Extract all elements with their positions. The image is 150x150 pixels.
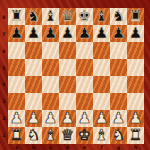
square-h3[interactable] [127,93,144,110]
file-label-c: c [44,145,58,150]
piece-black-pawn[interactable]: ♟ [112,25,125,42]
file-label-f: f [95,145,109,150]
square-b3[interactable] [25,93,42,110]
square-e5[interactable] [76,59,93,76]
square-c2[interactable]: ♟ [42,110,59,127]
file-label-d: d [61,145,75,150]
square-f5[interactable] [93,59,110,76]
chess-app-window: 87654321 ♜♞♝♛♚♝♞♜♟♟♟♟♟♟♟♟♟♟♟♟♟♟♟♟♜♞♝♛♚♝♞… [0,0,150,150]
rank-label-6: 6 [1,44,7,58]
rank-labels: 87654321 [0,8,8,144]
square-g3[interactable] [110,93,127,110]
piece-black-rook[interactable]: ♜ [129,8,142,25]
file-label-b: b [27,145,41,150]
square-f6[interactable] [93,42,110,59]
square-b1[interactable]: ♞ [25,127,42,144]
square-d1[interactable]: ♛ [59,127,76,144]
square-b8[interactable]: ♞ [25,8,42,25]
square-a6[interactable] [8,42,25,59]
piece-white-bishop[interactable]: ♝ [44,127,57,144]
square-h5[interactable] [127,59,144,76]
square-h4[interactable] [127,76,144,93]
piece-white-bishop[interactable]: ♝ [95,127,108,144]
piece-black-bishop[interactable]: ♝ [95,8,108,25]
square-e1[interactable]: ♚ [76,127,93,144]
square-g6[interactable] [110,42,127,59]
piece-black-pawn[interactable]: ♟ [10,25,23,42]
square-g1[interactable]: ♞ [110,127,127,144]
square-a5[interactable] [8,59,25,76]
square-e2[interactable]: ♟ [76,110,93,127]
file-label-h: h [129,145,143,150]
square-c8[interactable]: ♝ [42,8,59,25]
square-b7[interactable]: ♟ [25,25,42,42]
square-h6[interactable] [127,42,144,59]
square-f2[interactable]: ♟ [93,110,110,127]
piece-white-pawn[interactable]: ♟ [112,110,125,127]
square-c7[interactable]: ♟ [42,25,59,42]
square-c4[interactable] [42,76,59,93]
file-labels: abcdefgh [8,144,144,150]
square-b4[interactable] [25,76,42,93]
square-c6[interactable] [42,42,59,59]
piece-white-pawn[interactable]: ♟ [61,110,74,127]
piece-black-pawn[interactable]: ♟ [95,25,108,42]
piece-white-rook[interactable]: ♜ [129,127,142,144]
rank-label-1: 1 [1,129,7,143]
piece-white-pawn[interactable]: ♟ [129,110,142,127]
piece-black-pawn[interactable]: ♟ [78,25,91,42]
piece-white-pawn[interactable]: ♟ [78,110,91,127]
piece-black-rook[interactable]: ♜ [10,8,23,25]
square-e6[interactable] [76,42,93,59]
piece-black-queen[interactable]: ♛ [61,8,74,25]
piece-white-pawn[interactable]: ♟ [44,110,57,127]
file-label-a: a [10,145,24,150]
square-g8[interactable]: ♞ [110,8,127,25]
piece-white-king[interactable]: ♚ [78,127,91,144]
square-e8[interactable]: ♚ [76,8,93,25]
square-d4[interactable] [59,76,76,93]
piece-white-rook[interactable]: ♜ [10,127,23,144]
piece-black-knight[interactable]: ♞ [27,8,40,25]
square-g5[interactable] [110,59,127,76]
square-d3[interactable] [59,93,76,110]
rank-label-3: 3 [1,95,7,109]
piece-white-knight[interactable]: ♞ [112,127,125,144]
square-d7[interactable]: ♟ [59,25,76,42]
piece-white-pawn[interactable]: ♟ [95,110,108,127]
square-g4[interactable] [110,76,127,93]
square-d5[interactable] [59,59,76,76]
chess-board: ♜♞♝♛♚♝♞♜♟♟♟♟♟♟♟♟♟♟♟♟♟♟♟♟♜♞♝♛♚♝♞♜ [8,8,144,144]
square-a1[interactable]: ♜ [8,127,25,144]
file-label-e: e [78,145,92,150]
piece-black-pawn[interactable]: ♟ [61,25,74,42]
square-h1[interactable]: ♜ [127,127,144,144]
square-e4[interactable] [76,76,93,93]
square-g7[interactable]: ♟ [110,25,127,42]
square-e3[interactable] [76,93,93,110]
square-a8[interactable]: ♜ [8,8,25,25]
square-a2[interactable]: ♟ [8,110,25,127]
square-d2[interactable]: ♟ [59,110,76,127]
square-f4[interactable] [93,76,110,93]
square-a3[interactable] [8,93,25,110]
square-c1[interactable]: ♝ [42,127,59,144]
rank-label-7: 7 [1,27,7,41]
square-d8[interactable]: ♛ [59,8,76,25]
square-f3[interactable] [93,93,110,110]
piece-black-pawn[interactable]: ♟ [44,25,57,42]
rank-label-5: 5 [1,61,7,75]
square-b2[interactable]: ♟ [25,110,42,127]
square-b5[interactable] [25,59,42,76]
square-f7[interactable]: ♟ [93,25,110,42]
rank-label-2: 2 [1,112,7,126]
square-a7[interactable]: ♟ [8,25,25,42]
piece-black-bishop[interactable]: ♝ [44,8,57,25]
piece-white-pawn[interactable]: ♟ [10,110,23,127]
piece-black-pawn[interactable]: ♟ [27,25,40,42]
square-c5[interactable] [42,59,59,76]
piece-white-knight[interactable]: ♞ [27,127,40,144]
square-e7[interactable]: ♟ [76,25,93,42]
square-d6[interactable] [59,42,76,59]
piece-white-queen[interactable]: ♛ [61,127,74,144]
square-c3[interactable] [42,93,59,110]
rank-label-8: 8 [1,10,7,24]
square-f1[interactable]: ♝ [93,127,110,144]
square-b6[interactable] [25,42,42,59]
file-label-g: g [112,145,126,150]
square-h8[interactable]: ♜ [127,8,144,25]
piece-black-king[interactable]: ♚ [78,8,91,25]
square-h2[interactable]: ♟ [127,110,144,127]
square-g2[interactable]: ♟ [110,110,127,127]
square-a4[interactable] [8,76,25,93]
piece-black-pawn[interactable]: ♟ [129,25,142,42]
rank-label-4: 4 [1,78,7,92]
square-f8[interactable]: ♝ [93,8,110,25]
piece-black-knight[interactable]: ♞ [112,8,125,25]
square-h7[interactable]: ♟ [127,25,144,42]
piece-white-pawn[interactable]: ♟ [27,110,40,127]
